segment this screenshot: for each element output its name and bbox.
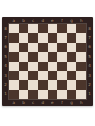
file-label-f: f [57, 101, 67, 105]
square-g2 [67, 80, 77, 89]
square-c5 [28, 52, 38, 61]
file-label-a: a [9, 101, 19, 105]
square-g6 [67, 43, 77, 52]
square-e4 [48, 62, 58, 71]
square-h5 [76, 52, 86, 61]
file-label-h: h [76, 19, 86, 23]
square-d7 [38, 33, 48, 42]
square-g3 [67, 71, 77, 80]
board-grid [9, 24, 86, 99]
square-h3 [76, 71, 86, 80]
square-g5 [67, 52, 77, 61]
square-f1 [57, 90, 67, 99]
square-h8 [76, 24, 86, 33]
rank-labels-right: 87654321 [86, 24, 93, 99]
square-c8 [28, 24, 38, 33]
rank-label-4: 4 [4, 62, 7, 71]
square-d6 [38, 43, 48, 52]
chess-board: abcdefgh abcdefgh 87654321 87654321 [2, 17, 93, 106]
square-f2 [57, 80, 67, 89]
square-b6 [19, 43, 29, 52]
square-b8 [19, 24, 29, 33]
rank-label-5: 5 [88, 52, 91, 61]
rank-label-5: 5 [4, 52, 7, 61]
rank-label-8: 8 [4, 24, 7, 33]
square-c6 [28, 43, 38, 52]
square-c7 [28, 33, 38, 42]
file-label-e: e [48, 19, 58, 23]
rank-label-2: 2 [88, 80, 91, 89]
rank-label-6: 6 [4, 43, 7, 52]
square-e8 [48, 24, 58, 33]
square-e1 [48, 90, 58, 99]
square-d8 [38, 24, 48, 33]
square-h2 [76, 80, 86, 89]
rank-label-3: 3 [88, 71, 91, 80]
square-c2 [28, 80, 38, 89]
square-a3 [9, 71, 19, 80]
square-a2 [9, 80, 19, 89]
square-e3 [48, 71, 58, 80]
square-h1 [76, 90, 86, 99]
square-f6 [57, 43, 67, 52]
square-f4 [57, 62, 67, 71]
rank-label-7: 7 [88, 33, 91, 42]
square-f7 [57, 33, 67, 42]
square-d4 [38, 62, 48, 71]
file-labels-bottom: abcdefgh [9, 99, 86, 106]
square-f3 [57, 71, 67, 80]
photo-background: abcdefgh abcdefgh 87654321 87654321 [0, 0, 95, 126]
square-f5 [57, 52, 67, 61]
square-a4 [9, 62, 19, 71]
square-d5 [38, 52, 48, 61]
square-h4 [76, 62, 86, 71]
file-label-g: g [67, 19, 77, 23]
file-label-b: b [19, 101, 29, 105]
square-b5 [19, 52, 29, 61]
square-g4 [67, 62, 77, 71]
rank-label-8: 8 [88, 24, 91, 33]
file-label-c: c [28, 19, 38, 23]
file-label-e: e [48, 101, 58, 105]
square-h6 [76, 43, 86, 52]
square-d1 [38, 90, 48, 99]
file-labels-top: abcdefgh [9, 17, 86, 24]
rank-label-2: 2 [4, 80, 7, 89]
square-c3 [28, 71, 38, 80]
square-a6 [9, 43, 19, 52]
file-label-h: h [76, 101, 86, 105]
file-label-a: a [9, 19, 19, 23]
rank-label-7: 7 [4, 33, 7, 42]
file-label-f: f [57, 19, 67, 23]
square-h7 [76, 33, 86, 42]
square-a7 [9, 33, 19, 42]
rank-label-3: 3 [4, 71, 7, 80]
file-label-g: g [67, 101, 77, 105]
square-f8 [57, 24, 67, 33]
square-g1 [67, 90, 77, 99]
square-d3 [38, 71, 48, 80]
rank-labels-left: 87654321 [2, 24, 9, 99]
square-e6 [48, 43, 58, 52]
square-a5 [9, 52, 19, 61]
square-c1 [28, 90, 38, 99]
square-b3 [19, 71, 29, 80]
file-label-b: b [19, 19, 29, 23]
square-e7 [48, 33, 58, 42]
square-e2 [48, 80, 58, 89]
file-label-c: c [28, 101, 38, 105]
square-a8 [9, 24, 19, 33]
square-a1 [9, 90, 19, 99]
square-b4 [19, 62, 29, 71]
rank-label-4: 4 [88, 62, 91, 71]
file-label-d: d [38, 19, 48, 23]
rank-label-1: 1 [88, 90, 91, 99]
square-c4 [28, 62, 38, 71]
square-b7 [19, 33, 29, 42]
rank-label-6: 6 [88, 43, 91, 52]
file-label-d: d [38, 101, 48, 105]
square-d2 [38, 80, 48, 89]
rank-label-1: 1 [4, 90, 7, 99]
square-g7 [67, 33, 77, 42]
square-e5 [48, 52, 58, 61]
square-b1 [19, 90, 29, 99]
square-b2 [19, 80, 29, 89]
square-g8 [67, 24, 77, 33]
